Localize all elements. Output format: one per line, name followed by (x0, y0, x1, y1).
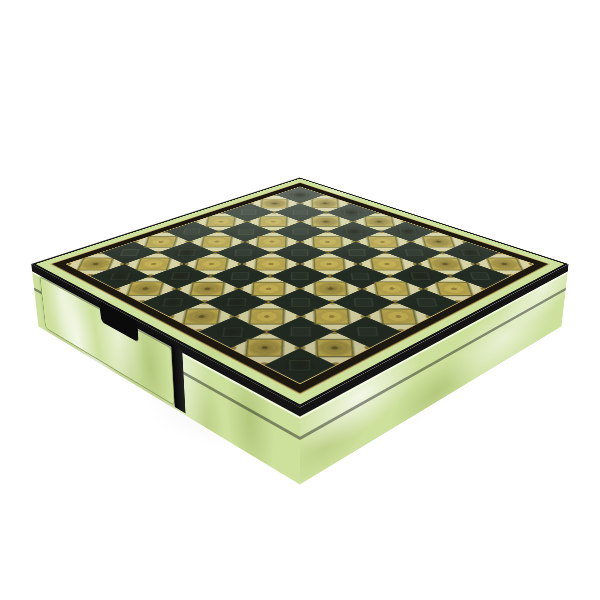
dark-square-motif (293, 210, 308, 215)
dark-square-motif (470, 273, 490, 280)
square-d1 (365, 302, 430, 331)
gold-medallion-motif (375, 282, 411, 296)
gold-medallion-motif (486, 258, 523, 271)
dark-square-motif (292, 229, 307, 235)
dark-square-motif (348, 249, 365, 255)
dark-square-motif (344, 210, 359, 215)
dark-square-motif (293, 193, 307, 198)
gold-medallion-motif (261, 199, 289, 208)
gold-medallion-motif (435, 282, 473, 296)
dark-square-motif (461, 249, 480, 255)
dark-square-motif (351, 273, 369, 280)
gold-medallion-motif (311, 199, 339, 208)
square-g1 (450, 264, 510, 289)
gold-medallion-motif (312, 217, 341, 227)
gold-medallion-motif (379, 309, 417, 325)
chess-set-photo: ♜♞♝♛♚♝♞♜♟♟♟♟♟♛♜♞♝♛♚♝♞♜♟♟♟♟♛ (0, 0, 600, 600)
dark-square-motif (292, 249, 308, 255)
dark-square-motif (417, 298, 437, 306)
stage: ♜♞♝♛♚♝♞♜♟♟♟♟♟♛♜♞♝♛♚♝♞♜♟♟♟♟♛ (0, 0, 600, 600)
dark-square-motif (346, 229, 362, 235)
square-e1 (395, 289, 458, 317)
gold-medallion-motif (259, 217, 288, 227)
